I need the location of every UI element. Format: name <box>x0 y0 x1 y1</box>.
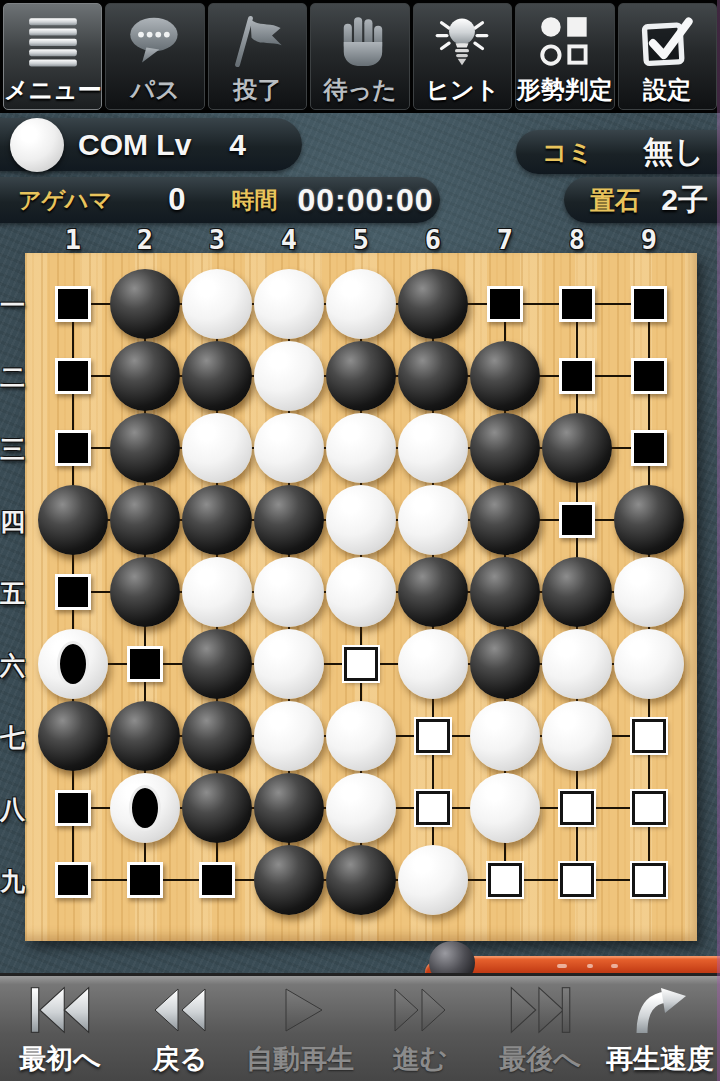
checkbox-icon <box>619 8 716 74</box>
playback-button-label: 戻る <box>120 1041 240 1077</box>
stone-white-dead[interactable] <box>38 629 108 699</box>
toolbar-button-label: パス <box>106 74 203 106</box>
handicap-value: 2子 <box>661 180 708 221</box>
stone-black[interactable] <box>182 341 252 411</box>
opponent-level: 4 <box>229 128 246 162</box>
white-stone-icon <box>10 118 64 172</box>
stone-white[interactable] <box>470 773 540 843</box>
territory-marker-white[interactable] <box>632 791 666 825</box>
territory-marker-black[interactable] <box>55 574 91 610</box>
stone-white[interactable] <box>614 629 684 699</box>
row-label: 九 <box>0 865 24 898</box>
top-toolbar: メニューパス投了待ったヒント形勢判定設定 <box>0 0 720 113</box>
row-label: 五 <box>0 577 24 610</box>
fast-forward-icon <box>360 982 480 1038</box>
territory-marker-white[interactable] <box>632 863 666 897</box>
stone-black[interactable] <box>470 485 540 555</box>
toolbar-button-menu[interactable]: メニュー <box>3 3 102 110</box>
stone-white[interactable] <box>398 629 468 699</box>
stone-black[interactable] <box>254 845 324 915</box>
stone-black[interactable] <box>398 341 468 411</box>
territory-marker-black[interactable] <box>55 286 91 322</box>
captures-time-pill: アゲハマ 0 時間 00:00:00 <box>0 177 440 223</box>
row-label: 七 <box>0 721 24 754</box>
toolbar-button-undo[interactable]: 待った <box>310 3 409 110</box>
toolbar-button-label: 投了 <box>209 74 306 106</box>
stone-black[interactable] <box>614 485 684 555</box>
captures-label: アゲハマ <box>18 185 112 216</box>
opponent-info-pill: COM Lv 4 <box>0 118 302 171</box>
stone-white[interactable] <box>182 413 252 483</box>
stone-black[interactable] <box>182 485 252 555</box>
stone-white[interactable] <box>182 269 252 339</box>
dead-stone-marker <box>129 785 161 831</box>
stone-white[interactable] <box>254 341 324 411</box>
go-app-screen: メニューパス投了待ったヒント形勢判定設定 COM Lv 4 コミ 無し アゲハマ… <box>0 0 720 1081</box>
lightbulb-icon <box>414 8 511 74</box>
stone-black[interactable] <box>110 413 180 483</box>
rewind-icon <box>120 982 240 1038</box>
stone-white[interactable] <box>254 557 324 627</box>
toolbar-button-judge[interactable]: 形勢判定 <box>515 3 614 110</box>
territory-marker-black[interactable] <box>559 358 595 394</box>
stone-black[interactable] <box>110 341 180 411</box>
toolbar-button-resign[interactable]: 投了 <box>208 3 307 110</box>
stone-white[interactable] <box>326 773 396 843</box>
hand-icon <box>311 8 408 74</box>
dead-stone-marker <box>57 641 89 687</box>
stone-black[interactable] <box>470 557 540 627</box>
skip-start-icon <box>0 982 120 1038</box>
stone-black[interactable] <box>542 557 612 627</box>
stone-black[interactable] <box>182 773 252 843</box>
territory-marker-white[interactable] <box>632 719 666 753</box>
stone-white[interactable] <box>254 413 324 483</box>
toolbar-button-label: ヒント <box>414 74 511 106</box>
territory-marker-white[interactable] <box>416 719 450 753</box>
stone-black[interactable] <box>398 557 468 627</box>
stone-black[interactable] <box>470 413 540 483</box>
stone-black[interactable] <box>182 629 252 699</box>
stone-black[interactable] <box>110 269 180 339</box>
stone-black[interactable] <box>254 485 324 555</box>
territory-marker-black[interactable] <box>55 430 91 466</box>
row-label: 八 <box>0 793 24 826</box>
flag-icon <box>209 8 306 74</box>
stone-white[interactable] <box>182 557 252 627</box>
bowl-highlight <box>557 964 567 968</box>
toolbar-button-label: メニュー <box>4 74 101 106</box>
toolbar-button-label: 待った <box>311 74 408 106</box>
stone-white[interactable] <box>254 701 324 771</box>
playback-button-to-start[interactable]: 最初へ <box>0 976 120 1081</box>
playback-button-label: 最初へ <box>0 1041 120 1077</box>
territory-marker-black[interactable] <box>631 430 667 466</box>
territory-marker-black[interactable] <box>559 286 595 322</box>
playback-button-to-end[interactable]: 最後へ <box>480 976 600 1081</box>
stone-black[interactable] <box>326 845 396 915</box>
playback-button-label: 最後へ <box>480 1041 600 1077</box>
toolbar-button-settings[interactable]: 設定 <box>618 3 717 110</box>
territory-marker-black[interactable] <box>631 286 667 322</box>
row-label: 二 <box>0 361 24 394</box>
komi-value: 無し <box>643 132 704 173</box>
stone-white[interactable] <box>614 557 684 627</box>
play-icon <box>240 982 360 1038</box>
menu-icon <box>4 8 101 74</box>
stone-black[interactable] <box>182 701 252 771</box>
opponent-label: COM Lv <box>78 128 191 162</box>
territory-marker-black[interactable] <box>55 790 91 826</box>
go-board <box>25 253 697 941</box>
territory-marker-black[interactable] <box>127 862 163 898</box>
territory-marker-white[interactable] <box>416 791 450 825</box>
territory-marker-black[interactable] <box>559 502 595 538</box>
territory-marker-black[interactable] <box>199 862 235 898</box>
handicap-pill: 置石 2子 <box>564 177 720 223</box>
territory-marker-white[interactable] <box>560 791 594 825</box>
playback-button-forward[interactable]: 進む <box>360 976 480 1081</box>
stone-white[interactable] <box>470 701 540 771</box>
time-label: 時間 <box>231 185 277 216</box>
toolbar-button-hint[interactable]: ヒント <box>413 3 512 110</box>
stone-black[interactable] <box>110 701 180 771</box>
handicap-label: 置石 <box>590 184 640 217</box>
row-label: 三 <box>0 433 24 466</box>
territory-marker-black[interactable] <box>55 358 91 394</box>
territory-marker-white[interactable] <box>488 863 522 897</box>
stone-white[interactable] <box>398 485 468 555</box>
stone-white[interactable] <box>326 413 396 483</box>
speech-bubble-icon <box>106 8 203 74</box>
stone-black[interactable] <box>398 269 468 339</box>
territory-marker-black[interactable] <box>127 646 163 682</box>
komi-pill: コミ 無し <box>516 130 720 174</box>
territory-marker-black[interactable] <box>55 862 91 898</box>
stone-black[interactable] <box>110 485 180 555</box>
playback-button-autoplay[interactable]: 自動再生 <box>240 976 360 1081</box>
toolbar-button-label: 設定 <box>619 74 716 106</box>
stone-black[interactable] <box>326 341 396 411</box>
stone-black[interactable] <box>542 413 612 483</box>
stone-white[interactable] <box>398 845 468 915</box>
info-area: COM Lv 4 コミ 無し アゲハマ 0 時間 00:00:00 置石 2子 <box>0 113 720 253</box>
row-label: 四 <box>0 505 24 538</box>
playback-button-label: 再生速度 <box>600 1041 720 1077</box>
stone-black[interactable] <box>254 773 324 843</box>
stone-white[interactable] <box>326 701 396 771</box>
stone-black[interactable] <box>110 557 180 627</box>
playback-button-speed[interactable]: 再生速度 <box>600 976 720 1081</box>
stone-black[interactable] <box>470 341 540 411</box>
speed-arrow-icon <box>600 982 720 1038</box>
bowl-highlight <box>587 964 593 968</box>
territory-marker-white[interactable] <box>344 647 378 681</box>
komi-label: コミ <box>542 136 593 169</box>
captures-value: 0 <box>168 182 185 218</box>
row-label: 一 <box>0 289 24 322</box>
territory-marker-black[interactable] <box>631 358 667 394</box>
bowl-highlight <box>611 964 618 968</box>
territory-marker-white[interactable] <box>560 863 594 897</box>
stone-white[interactable] <box>326 269 396 339</box>
playback-button-label: 進む <box>360 1041 480 1077</box>
playback-button-back[interactable]: 戻る <box>120 976 240 1081</box>
stone-white[interactable] <box>254 629 324 699</box>
bottom-toolbar: 最初へ戻る自動再生進む最後へ再生速度 <box>0 973 720 1081</box>
toolbar-button-pass[interactable]: パス <box>105 3 204 110</box>
stone-white[interactable] <box>254 269 324 339</box>
row-label: 六 <box>0 649 24 682</box>
stone-white[interactable] <box>398 413 468 483</box>
stone-black[interactable] <box>38 701 108 771</box>
skip-end-icon <box>480 982 600 1038</box>
shapes-icon <box>516 8 613 74</box>
playback-button-label: 自動再生 <box>240 1041 360 1077</box>
stone-white[interactable] <box>326 557 396 627</box>
toolbar-button-label: 形勢判定 <box>516 74 613 106</box>
time-value: 00:00:00 <box>297 182 433 219</box>
stone-black[interactable] <box>38 485 108 555</box>
stone-white-dead[interactable] <box>110 773 180 843</box>
stone-black[interactable] <box>470 629 540 699</box>
stone-white[interactable] <box>542 701 612 771</box>
stone-white[interactable] <box>542 629 612 699</box>
territory-marker-black[interactable] <box>487 286 523 322</box>
stone-white[interactable] <box>326 485 396 555</box>
